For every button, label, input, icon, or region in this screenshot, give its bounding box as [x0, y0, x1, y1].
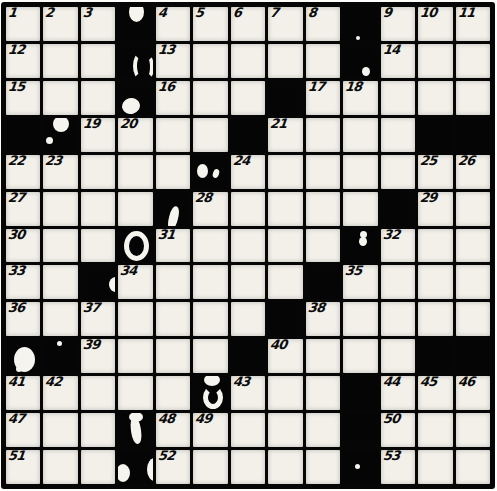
- cell-r5c5[interactable]: [156, 155, 190, 189]
- cell-r5c13[interactable]: 26: [456, 155, 490, 189]
- cell-r12c4: [118, 413, 152, 447]
- print-artifact: [142, 55, 153, 77]
- cell-r11c12[interactable]: 45: [418, 376, 452, 410]
- cell-r7c9[interactable]: [306, 229, 340, 263]
- clue-number: 18: [344, 81, 362, 94]
- cell-r7c6[interactable]: [193, 229, 227, 263]
- cell-r11c8[interactable]: [268, 376, 302, 410]
- cell-r11c7[interactable]: 43: [231, 376, 265, 410]
- cell-r1c3[interactable]: 3: [81, 7, 115, 41]
- cell-r7c10: [343, 229, 377, 263]
- cell-r13c11[interactable]: 53: [381, 450, 415, 484]
- cell-r1c11[interactable]: 9: [381, 7, 415, 41]
- cell-r8c8[interactable]: [268, 265, 302, 299]
- cell-r10c6[interactable]: [193, 339, 227, 373]
- cell-r6c11: [381, 192, 415, 226]
- print-artifact: [362, 67, 370, 76]
- print-artifact: [109, 277, 115, 292]
- cell-r1c10: [343, 7, 377, 41]
- cell-r9c1[interactable]: 36: [6, 302, 40, 336]
- print-artifact: [129, 7, 144, 22]
- cell-r8c11[interactable]: [381, 265, 415, 299]
- clue-number: 41: [7, 376, 25, 389]
- clue-number: 30: [7, 229, 25, 242]
- cell-r10c10[interactable]: [343, 339, 377, 373]
- clue-number: 29: [419, 192, 437, 205]
- cell-r8c7[interactable]: [231, 265, 265, 299]
- cell-r9c2[interactable]: [43, 302, 77, 336]
- cell-r2c5[interactable]: 13: [156, 44, 190, 78]
- clue-number: 6: [232, 7, 242, 20]
- cell-r9c12[interactable]: [418, 302, 452, 336]
- cell-r11c5[interactable]: [156, 376, 190, 410]
- clue-number: 8: [307, 7, 317, 20]
- clue-number: 33: [7, 265, 25, 278]
- cell-r11c6: [193, 376, 227, 410]
- cell-r11c3[interactable]: [81, 376, 115, 410]
- cell-r8c13[interactable]: [456, 265, 490, 299]
- cell-r2c2[interactable]: [43, 44, 77, 78]
- clue-number: 19: [82, 118, 100, 131]
- crossword-board: 1234567891011121314151617181920212223242…: [1, 2, 495, 489]
- cell-r12c13[interactable]: [456, 413, 490, 447]
- clue-number: 28: [195, 192, 213, 205]
- cell-r12c8[interactable]: [268, 413, 302, 447]
- clue-number: 50: [382, 413, 400, 426]
- cell-r9c11[interactable]: [381, 302, 415, 336]
- cell-r13c12[interactable]: [418, 450, 452, 484]
- clue-number: 45: [419, 376, 437, 389]
- cell-r2c9[interactable]: [306, 44, 340, 78]
- cell-r12c10: [343, 413, 377, 447]
- cell-r2c3[interactable]: [81, 44, 115, 78]
- cell-r13c2[interactable]: [43, 450, 77, 484]
- print-artifact: [355, 464, 360, 469]
- cell-r4c12: [418, 118, 452, 152]
- clue-number: 15: [7, 81, 25, 94]
- cell-r3c4: [118, 81, 152, 115]
- clue-number: 21: [269, 118, 287, 131]
- cell-r4c11[interactable]: [381, 118, 415, 152]
- clue-number: 25: [419, 155, 437, 168]
- clue-number: 38: [307, 302, 325, 315]
- clue-number: 2: [45, 7, 55, 20]
- cell-r11c1[interactable]: 41: [6, 376, 40, 410]
- cell-r6c8[interactable]: [268, 192, 302, 226]
- clue-number: 9: [382, 7, 392, 20]
- print-artifact: [53, 118, 69, 133]
- clue-number: 36: [7, 302, 25, 315]
- clue-number: 4: [157, 7, 167, 20]
- cell-r3c2[interactable]: [43, 81, 77, 115]
- cell-r12c12[interactable]: [418, 413, 452, 447]
- cell-r5c10[interactable]: [343, 155, 377, 189]
- print-artifact: [16, 366, 22, 372]
- cell-r11c11[interactable]: 44: [381, 376, 415, 410]
- cell-r4c8[interactable]: 21: [268, 118, 302, 152]
- print-artifact: [124, 231, 149, 261]
- cell-r1c5[interactable]: 4: [156, 7, 190, 41]
- clue-number: 46: [457, 376, 475, 389]
- clue-number: 27: [7, 192, 25, 205]
- cell-r2c8[interactable]: [268, 44, 302, 78]
- cell-r6c6[interactable]: 28: [193, 192, 227, 226]
- cell-r10c12: [418, 339, 452, 373]
- cell-r6c10[interactable]: [343, 192, 377, 226]
- cell-r6c4[interactable]: [118, 192, 152, 226]
- cell-r8c1[interactable]: 33: [6, 265, 40, 299]
- clue-number: 23: [45, 155, 63, 168]
- cell-r1c4: [118, 7, 152, 41]
- cell-r4c1: [6, 118, 40, 152]
- cell-r12c3[interactable]: [81, 413, 115, 447]
- cell-r12c9[interactable]: [306, 413, 340, 447]
- clue-number: 32: [382, 229, 400, 242]
- cell-r13c13[interactable]: [456, 450, 490, 484]
- cell-r5c11[interactable]: [381, 155, 415, 189]
- cell-r6c3[interactable]: [81, 192, 115, 226]
- clue-number: 48: [157, 413, 175, 426]
- cell-r1c13[interactable]: 11: [456, 7, 490, 41]
- cell-r7c12[interactable]: [418, 229, 452, 263]
- cell-r3c8: [268, 81, 302, 115]
- cell-r5c6: [193, 155, 227, 189]
- clue-number: 35: [344, 265, 362, 278]
- cell-r9c10[interactable]: [343, 302, 377, 336]
- cell-r9c13[interactable]: [456, 302, 490, 336]
- cell-r7c7[interactable]: [231, 229, 265, 263]
- cell-r5c12[interactable]: 25: [418, 155, 452, 189]
- cell-r10c9[interactable]: [306, 339, 340, 373]
- clue-number: 52: [157, 450, 175, 463]
- clue-number: 24: [232, 155, 250, 168]
- cell-r8c10[interactable]: 35: [343, 265, 377, 299]
- cell-r2c4: [118, 44, 152, 78]
- cell-r4c6[interactable]: [193, 118, 227, 152]
- cell-r7c5[interactable]: 31: [156, 229, 190, 263]
- cell-r9c4[interactable]: [118, 302, 152, 336]
- cell-r13c5[interactable]: 52: [156, 450, 190, 484]
- cell-r5c7[interactable]: 24: [231, 155, 265, 189]
- cell-r6c7[interactable]: [231, 192, 265, 226]
- cell-r4c3[interactable]: 19: [81, 118, 115, 152]
- clue-number: 49: [195, 413, 213, 426]
- cell-r10c11[interactable]: [381, 339, 415, 373]
- cell-r4c4[interactable]: 20: [118, 118, 152, 152]
- print-artifact: [203, 386, 223, 409]
- cell-r13c9[interactable]: [306, 450, 340, 484]
- cell-r2c6[interactable]: [193, 44, 227, 78]
- cell-r6c9[interactable]: [306, 192, 340, 226]
- cell-r12c11[interactable]: 50: [381, 413, 415, 447]
- cell-r6c1[interactable]: 27: [6, 192, 40, 226]
- clue-number: 10: [419, 7, 437, 20]
- cell-r6c2[interactable]: [43, 192, 77, 226]
- print-artifact: [118, 464, 129, 482]
- cell-r1c1[interactable]: 1: [6, 7, 40, 41]
- clue-number: 51: [7, 450, 25, 463]
- print-artifact: [46, 137, 53, 144]
- cell-r3c7[interactable]: [231, 81, 265, 115]
- clue-number: 53: [382, 450, 400, 463]
- clue-number: 39: [82, 339, 100, 352]
- cell-r5c9[interactable]: [306, 155, 340, 189]
- cell-r9c5[interactable]: [156, 302, 190, 336]
- cell-r7c3[interactable]: [81, 229, 115, 263]
- print-artifact: [212, 168, 221, 179]
- cell-r2c7[interactable]: [231, 44, 265, 78]
- cell-r1c6[interactable]: 5: [193, 7, 227, 41]
- cell-r8c9: [306, 265, 340, 299]
- cell-r2c13[interactable]: [456, 44, 490, 78]
- cell-r2c11[interactable]: 14: [381, 44, 415, 78]
- clue-number: 11: [457, 7, 475, 20]
- clue-number: 31: [157, 229, 175, 242]
- print-artifact: [204, 376, 220, 385]
- clue-number: 22: [7, 155, 25, 168]
- cell-r12c5[interactable]: 48: [156, 413, 190, 447]
- clue-number: 17: [307, 81, 325, 94]
- cell-r4c5[interactable]: [156, 118, 190, 152]
- print-artifact: [197, 164, 208, 178]
- cell-r13c4: [118, 450, 152, 484]
- cell-r3c10[interactable]: 18: [343, 81, 377, 115]
- cell-r3c3[interactable]: [81, 81, 115, 115]
- cell-r11c10: [343, 376, 377, 410]
- cell-r11c2[interactable]: 42: [43, 376, 77, 410]
- cell-r2c12[interactable]: [418, 44, 452, 78]
- cell-r1c9[interactable]: 8: [306, 7, 340, 41]
- cell-r4c10[interactable]: [343, 118, 377, 152]
- clue-number: 14: [382, 44, 400, 57]
- clue-number: 26: [457, 155, 475, 168]
- cell-r5c8[interactable]: [268, 155, 302, 189]
- cell-r8c12[interactable]: [418, 265, 452, 299]
- cell-r9c7[interactable]: [231, 302, 265, 336]
- crossword-grid: 1234567891011121314151617181920212223242…: [6, 7, 490, 484]
- cell-r10c3[interactable]: 39: [81, 339, 115, 373]
- cell-r7c2[interactable]: [43, 229, 77, 263]
- cell-r9c9[interactable]: 38: [306, 302, 340, 336]
- cell-r10c5[interactable]: [156, 339, 190, 373]
- cell-r1c2[interactable]: 2: [43, 7, 77, 41]
- cell-r10c4[interactable]: [118, 339, 152, 373]
- cell-r3c11[interactable]: [381, 81, 415, 115]
- cell-r3c9[interactable]: 17: [306, 81, 340, 115]
- cell-r5c4[interactable]: [118, 155, 152, 189]
- cell-r4c13: [456, 118, 490, 152]
- cell-r3c13[interactable]: [456, 81, 490, 115]
- print-artifact: [133, 104, 139, 110]
- print-artifact: [147, 458, 153, 481]
- print-artifact: [166, 205, 181, 225]
- cell-r12c6[interactable]: 49: [193, 413, 227, 447]
- cell-r4c2: [43, 118, 77, 152]
- cell-r11c13[interactable]: 46: [456, 376, 490, 410]
- cell-r8c3: [81, 265, 115, 299]
- cell-r8c4[interactable]: 34: [118, 265, 152, 299]
- cell-r13c6[interactable]: [193, 450, 227, 484]
- clue-number: 7: [269, 7, 279, 20]
- clue-number: 43: [232, 376, 250, 389]
- cell-r10c8[interactable]: 40: [268, 339, 302, 373]
- clue-number: 5: [195, 7, 205, 20]
- cell-r8c6[interactable]: [193, 265, 227, 299]
- clue-number: 42: [45, 376, 63, 389]
- cell-r11c9[interactable]: [306, 376, 340, 410]
- cell-r1c12[interactable]: 10: [418, 7, 452, 41]
- cell-r2c10: [343, 44, 377, 78]
- cell-r13c7[interactable]: [231, 450, 265, 484]
- cell-r12c7[interactable]: [231, 413, 265, 447]
- clue-number: 16: [157, 81, 175, 94]
- cell-r7c1[interactable]: 30: [6, 229, 40, 263]
- clue-number: 37: [82, 302, 100, 315]
- cell-r1c7[interactable]: 6: [231, 7, 265, 41]
- cell-r8c5[interactable]: [156, 265, 190, 299]
- cell-r6c12[interactable]: 29: [418, 192, 452, 226]
- cell-r5c1[interactable]: 22: [6, 155, 40, 189]
- cell-r7c8[interactable]: [268, 229, 302, 263]
- cell-r7c11[interactable]: 32: [381, 229, 415, 263]
- cell-r11c4[interactable]: [118, 376, 152, 410]
- print-artifact: [356, 36, 360, 40]
- clue-number: 3: [82, 7, 92, 20]
- cell-r10c13: [456, 339, 490, 373]
- cell-r2c1[interactable]: 12: [6, 44, 40, 78]
- cell-r13c8[interactable]: [268, 450, 302, 484]
- cell-r3c12[interactable]: [418, 81, 452, 115]
- cell-r10c2: [43, 339, 77, 373]
- clue-number: 44: [382, 376, 400, 389]
- print-artifact: [359, 237, 367, 246]
- cell-r9c3[interactable]: 37: [81, 302, 115, 336]
- clue-number: 12: [7, 44, 25, 57]
- cell-r10c1: [6, 339, 40, 373]
- cell-r9c6[interactable]: [193, 302, 227, 336]
- clue-number: 20: [120, 118, 138, 131]
- cell-r7c4: [118, 229, 152, 263]
- clue-number: 47: [7, 413, 25, 426]
- cell-r1c8[interactable]: 7: [268, 7, 302, 41]
- clue-number: 13: [157, 44, 175, 57]
- cell-r13c10: [343, 450, 377, 484]
- cell-r4c9[interactable]: [306, 118, 340, 152]
- cell-r7c13[interactable]: [456, 229, 490, 263]
- cell-r10c7: [231, 339, 265, 373]
- cell-r5c3[interactable]: [81, 155, 115, 189]
- clue-number: 40: [269, 339, 287, 352]
- clue-number: 1: [7, 7, 17, 20]
- cell-r3c6[interactable]: [193, 81, 227, 115]
- cell-r6c13[interactable]: [456, 192, 490, 226]
- cell-r3c5[interactable]: 16: [156, 81, 190, 115]
- cell-r12c2[interactable]: [43, 413, 77, 447]
- cell-r13c1[interactable]: 51: [6, 450, 40, 484]
- cell-r3c1[interactable]: 15: [6, 81, 40, 115]
- cell-r8c2[interactable]: [43, 265, 77, 299]
- cell-r9c8: [268, 302, 302, 336]
- print-artifact: [57, 341, 62, 346]
- cell-r4c7: [231, 118, 265, 152]
- crossword-page: 1234567891011121314151617181920212223242…: [0, 0, 497, 491]
- clue-number: 34: [120, 265, 138, 278]
- cell-r6c5: [156, 192, 190, 226]
- cell-r5c2[interactable]: 23: [43, 155, 77, 189]
- cell-r13c3[interactable]: [81, 450, 115, 484]
- cell-r12c1[interactable]: 47: [6, 413, 40, 447]
